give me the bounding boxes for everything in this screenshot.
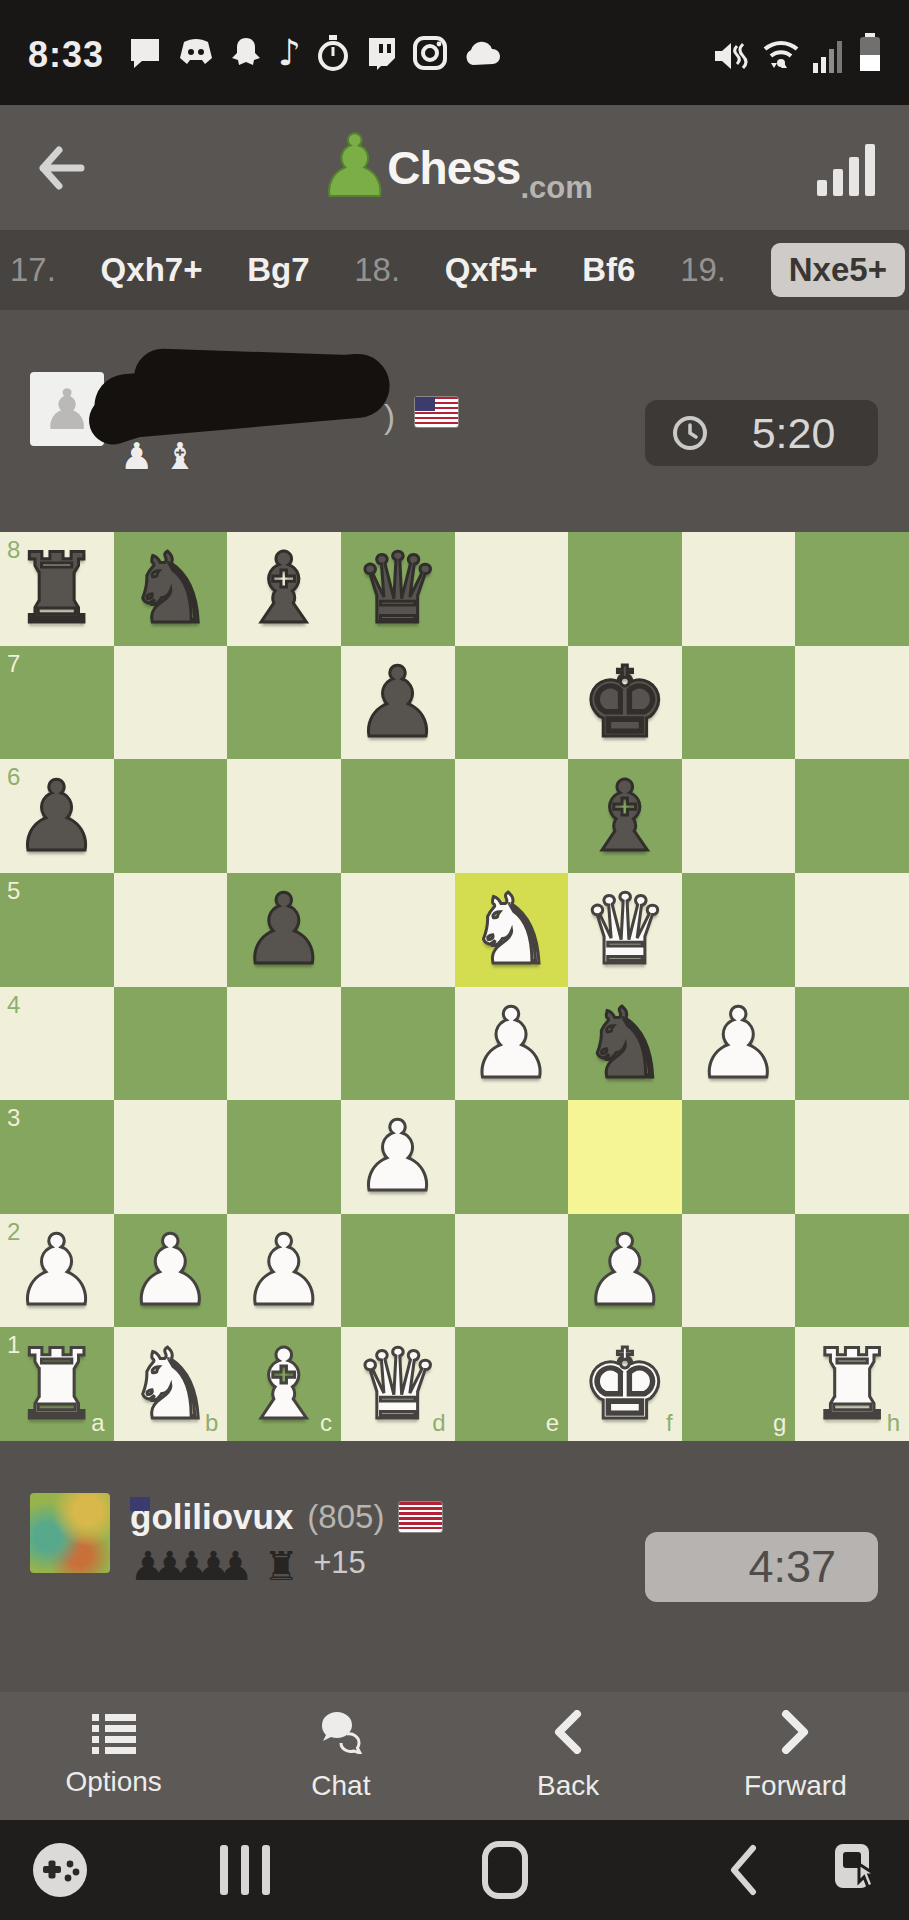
square-d5[interactable] xyxy=(341,873,455,987)
square-c5[interactable]: ♟ xyxy=(227,873,341,987)
status-bar: 8:33 ♪ xyxy=(0,0,909,105)
black-king-f7[interactable]: ♚ xyxy=(568,646,682,760)
move-forward-label: Forward xyxy=(744,1770,847,1802)
square-d3[interactable]: ♟ xyxy=(341,1100,455,1214)
move-back-button[interactable]: Back xyxy=(455,1692,682,1820)
white-pawn-g4[interactable]: ♟ xyxy=(682,987,796,1101)
square-a8[interactable]: 8♜ xyxy=(0,532,114,646)
square-d6[interactable] xyxy=(341,759,455,873)
chat-icon xyxy=(317,1710,365,1758)
move-number: 19. xyxy=(680,251,726,289)
square-d1[interactable]: d♛ xyxy=(341,1327,455,1441)
square-h5[interactable] xyxy=(795,873,909,987)
chess-board[interactable]: 8♜♞♝♛7♟♚6♟♝5♟♞♛4♟♞♟3♟2♟♟♟♟1a♜b♞c♝d♛ef♚gh… xyxy=(0,532,909,1441)
back-arrow-icon[interactable] xyxy=(34,140,90,196)
logo-brand-text: Chess xyxy=(387,141,520,195)
bottom-player-avatar[interactable] xyxy=(30,1493,110,1573)
square-g2[interactable] xyxy=(682,1214,796,1328)
white-knight-e5[interactable]: ♞ xyxy=(455,873,569,987)
square-a2[interactable]: 2♟ xyxy=(0,1214,114,1328)
twitch-icon xyxy=(365,36,397,70)
discord-icon xyxy=(178,38,214,68)
status-time: 8:33 xyxy=(28,30,104,76)
square-c1[interactable]: c♝ xyxy=(227,1327,341,1441)
white-rook-h1[interactable]: ♜ xyxy=(795,1327,909,1441)
message-icon xyxy=(128,36,162,70)
logo-brand-suffix: .com xyxy=(520,170,592,211)
captured-group-rook: ♜ xyxy=(263,1546,299,1586)
move-back-label: Back xyxy=(537,1770,599,1802)
chat-button[interactable]: Chat xyxy=(227,1692,454,1820)
square-e3[interactable] xyxy=(455,1100,569,1214)
square-c2[interactable]: ♟ xyxy=(227,1214,341,1328)
black-bishop-c8[interactable]: ♝ xyxy=(227,532,341,646)
file-label-g: g xyxy=(773,1409,786,1437)
square-g7[interactable] xyxy=(682,646,796,760)
top-player-flag-us xyxy=(414,396,459,428)
square-f4[interactable]: ♞ xyxy=(568,987,682,1101)
rank-label-3: 3 xyxy=(7,1104,20,1132)
captured-white-pawn: ♟ xyxy=(120,438,153,475)
square-f8[interactable] xyxy=(568,532,682,646)
square-b7[interactable] xyxy=(114,646,228,760)
square-f6[interactable]: ♝ xyxy=(568,759,682,873)
square-f5[interactable]: ♛ xyxy=(568,873,682,987)
forward-chevron-icon xyxy=(778,1710,812,1758)
tiktok-icon: ♪ xyxy=(278,32,301,73)
options-list-icon xyxy=(92,1714,136,1754)
top-player-panel: ♟ ) ♟♝ 5:20 xyxy=(0,310,909,532)
white-bishop-c1[interactable]: ♝ xyxy=(227,1327,341,1441)
square-d4[interactable] xyxy=(341,987,455,1101)
white-rook-a1[interactable]: ♜ xyxy=(0,1327,114,1441)
white-pawn-a2[interactable]: ♟ xyxy=(0,1214,114,1328)
white-pawn-b2[interactable]: ♟ xyxy=(114,1214,228,1328)
move-list-bar: 17.Qxh7+Bg718.Qxf5+Bf619.Nxe5+ xyxy=(0,230,909,310)
square-g5[interactable] xyxy=(682,873,796,987)
black-knight-f4[interactable]: ♞ xyxy=(568,987,682,1101)
app-header: ♟ Chess .com xyxy=(0,105,909,230)
timer-icon xyxy=(317,35,349,71)
captured-group-bishop: ♝ xyxy=(163,438,196,475)
rating-paren: ) xyxy=(384,398,395,436)
square-b5[interactable] xyxy=(114,873,228,987)
chat-label: Chat xyxy=(311,1770,370,1802)
move-san[interactable]: Qxf5+ xyxy=(445,251,538,289)
square-b4[interactable] xyxy=(114,987,228,1101)
top-player-clock: 5:20 xyxy=(645,400,878,466)
move-number: 17. xyxy=(10,251,56,289)
chesscom-logo: ♟ Chess .com xyxy=(316,125,593,211)
connection-signal-bars-icon xyxy=(817,140,875,196)
black-queen-d8[interactable]: ♛ xyxy=(341,532,455,646)
captured-group-pawn: ♟ xyxy=(120,438,153,475)
bottom-captured-pieces: ♟♟♟♟♟♜+15 xyxy=(130,1545,366,1586)
bottom-clock-time: 4:37 xyxy=(645,1541,878,1593)
square-h3[interactable] xyxy=(795,1100,909,1214)
black-pawn-d7[interactable]: ♟ xyxy=(341,646,455,760)
avatar-pawn-icon: ♟ xyxy=(42,377,92,442)
white-pawn-c2[interactable]: ♟ xyxy=(227,1214,341,1328)
game-tools-icon[interactable] xyxy=(30,1840,90,1900)
captured-black-pawn: ♟ xyxy=(217,1546,253,1586)
black-pawn-c5[interactable]: ♟ xyxy=(227,873,341,987)
move-san[interactable]: Qxh7+ xyxy=(101,251,203,289)
captured-black-rook: ♜ xyxy=(263,1546,299,1586)
game-toolbar: Options Chat Back Forward xyxy=(0,1692,909,1820)
square-e6[interactable] xyxy=(455,759,569,873)
square-b6[interactable] xyxy=(114,759,228,873)
square-c6[interactable] xyxy=(227,759,341,873)
square-a1[interactable]: 1a♜ xyxy=(0,1327,114,1441)
top-clock-time: 5:20 xyxy=(709,409,878,458)
square-g6[interactable] xyxy=(682,759,796,873)
home-icon[interactable] xyxy=(482,1841,528,1899)
white-queen-f5[interactable]: ♛ xyxy=(568,873,682,987)
top-captured-pieces: ♟♝ xyxy=(120,438,196,475)
white-pawn-f2[interactable]: ♟ xyxy=(568,1214,682,1328)
wifi-icon xyxy=(761,37,801,73)
move-forward-button[interactable]: Forward xyxy=(682,1692,909,1820)
square-h4[interactable] xyxy=(795,987,909,1101)
rank-label-4: 4 xyxy=(7,991,20,1019)
battery-icon xyxy=(859,33,881,73)
white-knight-b1[interactable]: ♞ xyxy=(114,1327,228,1441)
back-chevron-icon xyxy=(551,1710,585,1758)
clock-icon xyxy=(671,414,709,452)
black-bishop-f6[interactable]: ♝ xyxy=(568,759,682,873)
square-c3[interactable] xyxy=(227,1100,341,1214)
square-e4[interactable]: ♟ xyxy=(455,987,569,1101)
square-d8[interactable]: ♛ xyxy=(341,532,455,646)
square-e5[interactable]: ♞ xyxy=(455,873,569,987)
move-number: 18. xyxy=(354,251,400,289)
android-back-icon[interactable] xyxy=(728,1844,758,1896)
instagram-icon xyxy=(413,36,447,70)
vibrate-icon xyxy=(713,39,749,73)
square-b2[interactable]: ♟ xyxy=(114,1214,228,1328)
square-h6[interactable] xyxy=(795,759,909,873)
square-e8[interactable] xyxy=(455,532,569,646)
square-g8[interactable] xyxy=(682,532,796,646)
square-b8[interactable]: ♞ xyxy=(114,532,228,646)
square-f7[interactable]: ♚ xyxy=(568,646,682,760)
move-san-active[interactable]: Nxe5+ xyxy=(771,243,905,297)
status-system-icons xyxy=(713,33,881,73)
square-c4[interactable] xyxy=(227,987,341,1101)
status-notification-icons: ♪ xyxy=(128,32,501,73)
square-c8[interactable]: ♝ xyxy=(227,532,341,646)
white-queen-d1[interactable]: ♛ xyxy=(341,1327,455,1441)
square-g4[interactable]: ♟ xyxy=(682,987,796,1101)
captured-white-bishop: ♝ xyxy=(163,438,196,475)
bottom-player-flag-us xyxy=(398,1501,443,1533)
square-a3[interactable]: 3 xyxy=(0,1100,114,1214)
square-g3[interactable] xyxy=(682,1100,796,1214)
white-pawn-e4[interactable]: ♟ xyxy=(455,987,569,1101)
options-label: Options xyxy=(65,1766,162,1798)
signal-icon xyxy=(813,39,847,73)
options-button[interactable]: Options xyxy=(0,1692,227,1820)
logo-pawn-icon: ♟ xyxy=(316,123,393,209)
square-b3[interactable] xyxy=(114,1100,228,1214)
square-h7[interactable] xyxy=(795,646,909,760)
square-a7[interactable]: 7 xyxy=(0,646,114,760)
square-f2[interactable]: ♟ xyxy=(568,1214,682,1328)
square-e2[interactable] xyxy=(455,1214,569,1328)
square-h8[interactable] xyxy=(795,532,909,646)
file-label-e: e xyxy=(546,1409,559,1437)
square-e1[interactable]: e xyxy=(455,1327,569,1441)
captured-group-pawn: ♟♟♟♟♟ xyxy=(130,1546,253,1586)
square-f3[interactable] xyxy=(568,1100,682,1214)
square-f1[interactable]: f♚ xyxy=(568,1327,682,1441)
square-a5[interactable]: 5 xyxy=(0,873,114,987)
white-pawn-d3[interactable]: ♟ xyxy=(341,1100,455,1214)
black-knight-b8[interactable]: ♞ xyxy=(114,532,228,646)
square-h1[interactable]: h♜ xyxy=(795,1327,909,1441)
move-san[interactable]: Bf6 xyxy=(582,251,635,289)
snapchat-icon xyxy=(230,36,262,70)
bottom-player-name-row[interactable]: goliliovux (805) xyxy=(130,1497,443,1537)
rank-label-5: 5 xyxy=(7,877,20,905)
square-d7[interactable]: ♟ xyxy=(341,646,455,760)
square-g1[interactable]: g xyxy=(682,1327,796,1441)
square-e7[interactable] xyxy=(455,646,569,760)
white-king-f1[interactable]: ♚ xyxy=(568,1327,682,1441)
recents-icon[interactable] xyxy=(220,1845,270,1895)
bottom-player-clock: 4:37 xyxy=(645,1532,878,1602)
square-b1[interactable]: b♞ xyxy=(114,1327,228,1441)
redacted-name-scribble xyxy=(88,338,400,434)
black-pawn-a6[interactable]: ♟ xyxy=(0,759,114,873)
square-c7[interactable] xyxy=(227,646,341,760)
chesscom-mobile-screen: 8:33 ♪ xyxy=(0,0,909,1920)
bottom-player-rating: (805) xyxy=(307,1498,384,1536)
touch-icon[interactable] xyxy=(829,1842,881,1898)
square-a6[interactable]: 6♟ xyxy=(0,759,114,873)
square-a4[interactable]: 4 xyxy=(0,987,114,1101)
bottom-player-panel: goliliovux (805) ♟♟♟♟♟♜+15 4:37 xyxy=(0,1441,909,1692)
rank-label-7: 7 xyxy=(7,650,20,678)
square-d2[interactable] xyxy=(341,1214,455,1328)
material-advantage: +15 xyxy=(313,1545,366,1586)
bottom-player-name: goliliovux xyxy=(130,1497,293,1537)
android-nav-bar xyxy=(0,1820,909,1920)
square-h2[interactable] xyxy=(795,1214,909,1328)
black-rook-a8[interactable]: ♜ xyxy=(0,532,114,646)
cloud-icon xyxy=(463,39,501,67)
move-san[interactable]: Bg7 xyxy=(247,251,309,289)
